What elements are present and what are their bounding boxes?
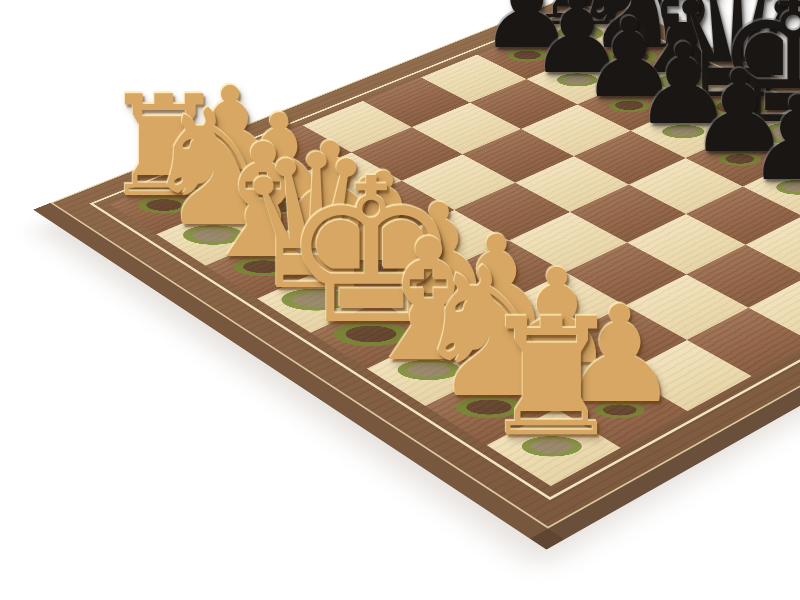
chess-board	[50, 0, 800, 529]
chess-set-photo: ♜♞♝♛♚♝♞♜♟♟♟♟♟♟♟♟♟♟♟♟♟♟♟♟♜♞♝♛♚♝♞♜	[0, 0, 800, 600]
board-squares-grid	[109, 11, 800, 486]
